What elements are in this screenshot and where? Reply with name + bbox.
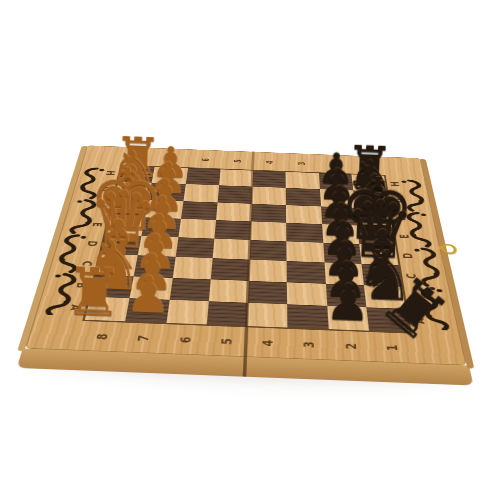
back-rank-label-5: 5	[230, 157, 245, 164]
square-h3[interactable]	[286, 172, 320, 189]
square-a4[interactable]	[247, 303, 288, 328]
front-rank-label-4: 4	[258, 337, 276, 349]
front-rank-label-3: 3	[299, 339, 318, 351]
front-rank-label-2: 2	[340, 340, 359, 352]
back-rank-label-6: 6	[197, 156, 212, 163]
square-e4[interactable]	[250, 221, 286, 241]
front-rank-label-5: 5	[216, 336, 235, 348]
chess-set-photo: 8877665544332211HHGGFFEEDDCCBBAA ♜♟♟♜♞♟♟…	[0, 0, 500, 500]
square-a6[interactable]	[166, 300, 209, 325]
square-d5[interactable]	[212, 239, 250, 260]
square-h4[interactable]	[252, 171, 286, 188]
square-e6[interactable]	[178, 219, 216, 239]
square-c4[interactable]	[249, 260, 287, 282]
square-g6[interactable]	[183, 184, 219, 202]
back-rank-label-3: 3	[295, 160, 309, 167]
brass-latch[interactable]	[438, 242, 457, 254]
front-rank-label-8: 8	[91, 331, 112, 343]
piece-dark-pawn-a2[interactable]: ♟	[324, 277, 371, 329]
square-g5[interactable]	[217, 185, 252, 203]
square-d4[interactable]	[250, 240, 287, 261]
square-b5[interactable]	[209, 279, 249, 303]
back-rank-label-4: 4	[262, 159, 276, 166]
square-h5[interactable]	[219, 169, 253, 186]
square-b6[interactable]	[169, 278, 210, 301]
square-b4[interactable]	[248, 281, 287, 305]
square-g4[interactable]	[252, 187, 286, 205]
square-a5[interactable]	[207, 301, 248, 326]
square-c6[interactable]	[172, 257, 212, 279]
square-f5[interactable]	[216, 202, 252, 221]
square-b3[interactable]	[287, 282, 327, 306]
square-c5[interactable]	[211, 258, 250, 280]
latch-stem-icon	[439, 246, 444, 249]
front-rank-label-7: 7	[133, 332, 153, 344]
front-rank-label-6: 6	[175, 334, 195, 346]
board-tilt-wrapper: 8877665544332211HHGGFFEEDDCCBBAA ♜♟♟♜♞♟♟…	[0, 0, 500, 500]
square-f4[interactable]	[251, 204, 286, 223]
piece-light-pawn-a7[interactable]: ♟	[125, 269, 172, 321]
square-e5[interactable]	[214, 220, 251, 240]
piece-light-rook-a8[interactable]: ♜	[63, 259, 125, 327]
square-h6[interactable]	[185, 168, 220, 185]
